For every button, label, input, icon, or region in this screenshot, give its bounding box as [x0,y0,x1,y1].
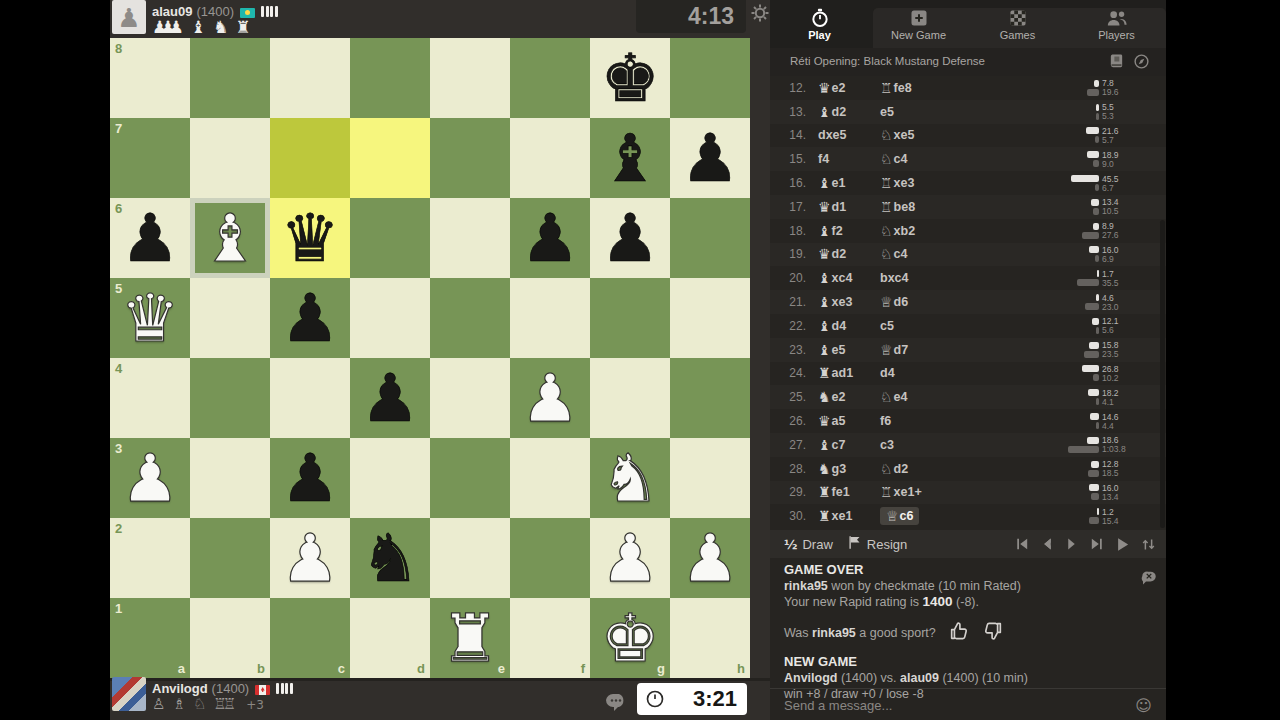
black-queen-c6[interactable]: ♛ [270,198,350,278]
square-b5[interactable] [190,278,270,358]
bottom-player-name: Anvilogd [152,681,208,696]
autoplay-button[interactable] [1115,537,1130,552]
bottom-captured-pieces: ♙♗♘♖♖+3 [152,695,264,713]
piece-icon: ♖ [880,199,893,215]
square-b8[interactable] [190,38,270,118]
move-row-20[interactable]: 20.♝xc4bxc41.735.5 [770,266,1166,290]
square-f1[interactable]: f [510,598,590,678]
square-d3[interactable] [350,438,430,518]
piece-icon: ♖ [880,175,893,191]
new-game-pairing: Anvilogd (1400) vs. alau09 (1400) (10 mi… [784,670,1144,686]
top-captured-pieces: ♟♟♟♝♞♜ [152,17,257,37]
checkerboard-icon [968,8,1067,28]
chat-message-input[interactable]: Send a message... [784,698,1135,713]
square-d5[interactable] [350,278,430,358]
stopwatch-icon [770,8,869,28]
bottom-player-clock: 3:21 [637,683,747,715]
bottom-player-avatar[interactable] [112,677,146,711]
chat-mute-icon[interactable] [1140,570,1158,590]
square-c7[interactable] [270,118,350,198]
square-f3[interactable] [510,438,590,518]
square-h3[interactable] [670,438,750,518]
plus-square-icon [869,8,968,28]
chess-board[interactable]: a1bcdefgh2345678♚♝♟♟♝♛♟♟♛♟♟♟♟♟♞♟♞♟♟♜♚ [110,38,750,678]
square-e5[interactable] [430,278,510,358]
square-c1[interactable]: c [270,598,350,678]
square-b7[interactable] [190,118,270,198]
opening-book-icon[interactable] [1108,53,1125,74]
tab-games[interactable]: Games [968,0,1067,48]
move-row-23[interactable]: 23.♝e5♕d715.823.5 [770,338,1166,362]
file-label: h [737,661,745,676]
thumbs-up-button[interactable] [948,620,970,646]
square-h6[interactable] [670,198,750,278]
game-over-title: GAME OVER [784,562,1144,578]
side-panel: Play New Game Games [770,0,1166,720]
board-column: ♟ alau09 (1400) ♟♟♟♝♞♜ 4:13 a1bcdefgh234… [110,0,770,720]
square-f8[interactable] [510,38,590,118]
opening-row: Réti Opening: Black Mustang Defense [770,48,1166,76]
game-over-result: rinka95 won by checkmate (10 min Rated) [784,578,1144,594]
black-pawn-c3[interactable]: ♟ [270,438,350,518]
piece-icon: ♞ [818,461,831,477]
piece-icon: ♘ [880,151,893,167]
piece-icon: ♛ [818,199,831,215]
rank-label: 8 [115,41,122,56]
white-queen-a5[interactable]: ♛ [110,278,190,358]
game-over-section: GAME OVER rinka95 won by checkmate (10 m… [784,556,1144,702]
rank-label: 2 [115,521,122,536]
move-row-30[interactable]: 30.♜xe1♕c61.215.4 [770,504,1166,528]
piece-icon: ♝ [818,294,831,310]
kazakhstan-flag-icon [240,8,255,18]
top-player-avatar[interactable]: ♟ [112,0,146,34]
rank-label: 7 [115,121,122,136]
square-f2[interactable] [510,518,590,598]
white-rook-e1[interactable]: ♜ [430,598,510,678]
square-b1[interactable]: b [190,598,270,678]
file-label: d [417,661,425,676]
white-knight-g3[interactable]: ♞ [590,438,670,518]
piece-icon: ♜ [818,508,831,524]
canada-flag-icon [255,685,270,695]
piece-icon: ♕ [886,508,899,524]
chat-bubble-icon[interactable] [604,692,628,712]
square-e3[interactable] [430,438,510,518]
material-advantage: +3 [246,698,264,712]
square-h1[interactable]: h [670,598,750,678]
square-e2[interactable] [430,518,510,598]
square-a7[interactable]: 7 [110,118,190,198]
players-icon [1067,8,1166,28]
piece-icon: ♘ [880,223,893,239]
square-h8[interactable] [670,38,750,118]
square-h4[interactable] [670,358,750,438]
white-pawn-c2[interactable]: ♟ [270,518,350,598]
piece-icon: ♞ [818,389,831,405]
game-controls-toolbar: ½ Draw Resign [770,530,1166,558]
square-a2[interactable]: 2 [110,518,190,598]
move-row-25[interactable]: 25.♞e2♘e418.24.1 [770,385,1166,409]
move-row-19[interactable]: 19.♛d2♘c416.06.9 [770,243,1166,267]
white-king-g1[interactable]: ♚ [590,598,670,678]
move-row-21[interactable]: 21.♝xe3♕d64.623.0 [770,290,1166,314]
piece-icon: ♝ [818,342,831,358]
piece-icon: ♜ [818,365,831,381]
move-list: 12.♛e2♖fe87.819.613.♝d2e55.55.314.dxe5♘x… [770,76,1166,528]
square-d7[interactable] [350,118,430,198]
file-label: a [178,661,185,676]
divider [770,688,1166,689]
move-row-14[interactable]: 14.dxe5♘xe521.65.7 [770,124,1166,148]
black-pawn-f6[interactable]: ♟ [510,198,590,278]
move-row-27[interactable]: 27.♝c7c318.61:03.8 [770,433,1166,457]
go-to-start-button[interactable] [1015,537,1030,551]
white-pawn-f4[interactable]: ♟ [510,358,590,438]
piece-icon: ♘ [880,389,893,405]
tab-bar: Play New Game Games [770,0,1166,48]
previous-move-button[interactable] [1041,537,1054,551]
square-d1[interactable]: d [350,598,430,678]
piece-icon: ♖ [880,484,893,500]
resign-button[interactable]: Resign [847,535,907,553]
piece-icon: ♝ [818,175,831,191]
white-pawn-h2[interactable]: ♟ [670,518,750,598]
app-window: ♟ alau09 (1400) ♟♟♟♝♞♜ 4:13 a1bcdefgh234… [0,0,1280,720]
square-c8[interactable] [270,38,350,118]
piece-icon: ♝ [818,104,831,120]
square-h5[interactable] [670,278,750,358]
smiley-icon[interactable]: ☺ [1135,696,1152,715]
square-a8[interactable]: 8 [110,38,190,118]
square-e4[interactable] [430,358,510,438]
file-label: b [257,661,265,676]
go-to-end-button[interactable] [1089,537,1104,551]
white-pawn-a3[interactable]: ♟ [110,438,190,518]
explorer-compass-icon[interactable] [1133,53,1150,74]
square-b4[interactable] [190,358,270,438]
black-king-g8[interactable]: ♚ [590,38,670,118]
next-move-button[interactable] [1065,537,1078,551]
gear-icon[interactable] [751,4,769,22]
square-f7[interactable] [510,118,590,198]
square-e6[interactable] [430,198,510,278]
piece-icon: ♝ [818,223,831,239]
file-label: f [581,661,585,676]
square-d8[interactable] [350,38,430,118]
half-icon: ½ [784,537,797,552]
move-row-15[interactable]: 15.f4♘c418.99.0 [770,147,1166,171]
piece-icon: ♝ [818,437,831,453]
black-pawn-c5[interactable]: ♟ [270,278,350,358]
move-row-13[interactable]: 13.♝d2e55.55.3 [770,100,1166,124]
rank-label: 1 [115,601,122,616]
square-d6[interactable] [350,198,430,278]
square-a4[interactable]: 4 [110,358,190,438]
bottom-player-rating: (1400) [212,681,250,696]
piece-icon: ♕ [880,294,893,310]
square-b3[interactable] [190,438,270,518]
move-row-24[interactable]: 24.♜ad1d426.810.2 [770,362,1166,386]
signal-bars-icon [261,6,278,17]
black-knight-d2[interactable]: ♞ [350,518,430,598]
piece-icon: ♖ [880,80,893,96]
square-g5[interactable] [590,278,670,358]
opening-name: Réti Opening: Black Mustang Defense [790,55,985,67]
square-f5[interactable] [510,278,590,358]
move-row-17[interactable]: 17.♛d1♖be813.410.5 [770,195,1166,219]
rating-update: Your new Rapid rating is 1400 (-8). [784,594,1144,610]
file-label: c [338,661,345,676]
tab-play[interactable]: Play [770,0,869,48]
black-pawn-h7[interactable]: ♟ [670,118,750,198]
resign-flag-icon [847,535,862,553]
square-b2[interactable] [190,518,270,598]
pawn-avatar-icon: ♟ [117,3,140,33]
top-player-clock: 4:13 [636,0,746,33]
piece-icon: ♛ [818,80,831,96]
flip-board-button[interactable] [1141,537,1156,552]
white-bishop-b6[interactable]: ♝ [190,198,270,278]
move-row-16[interactable]: 16.♝e1♖xe345.56.7 [770,171,1166,195]
piece-icon: ♕ [880,342,893,358]
black-pawn-g6[interactable]: ♟ [590,198,670,278]
signal-bars-icon [276,683,293,694]
white-pawn-g2[interactable]: ♟ [590,518,670,598]
piece-icon: ♛ [818,413,831,429]
scrollbar[interactable] [1160,220,1165,528]
piece-icon: ♛ [818,246,831,262]
square-e7[interactable] [430,118,510,198]
move-row-18[interactable]: 18.♝f2♘xb28.927.6 [770,219,1166,243]
square-e8[interactable] [430,38,510,118]
move-row-26[interactable]: 26.♛a5f614.64.4 [770,409,1166,433]
move-row-22[interactable]: 22.♝d4c512.15.6 [770,314,1166,338]
new-game-title: NEW GAME [784,654,1144,670]
black-bishop-g7[interactable]: ♝ [590,118,670,198]
piece-icon: ♘ [880,246,893,262]
square-a1[interactable]: a1 [110,598,190,678]
piece-icon: ♘ [880,461,893,477]
square-g4[interactable] [590,358,670,438]
piece-icon: ♝ [818,270,831,286]
black-pawn-a6[interactable]: ♟ [110,198,190,278]
square-c4[interactable] [270,358,350,438]
good-sport-question: Was rinka95 a good sport? [784,625,936,641]
tab-players[interactable]: Players [1067,0,1166,48]
move-row-12[interactable]: 12.♛e2♖fe87.819.6 [770,76,1166,100]
clock-icon [645,689,665,709]
piece-icon: ♘ [880,127,893,143]
black-pawn-d4[interactable]: ♟ [350,358,430,438]
thumbs-down-button[interactable] [982,620,1004,646]
piece-icon: ♝ [818,318,831,334]
piece-icon: ♜ [818,484,831,500]
move-row-28[interactable]: 28.♞g3♘d212.818.5 [770,457,1166,481]
tab-new-game[interactable]: New Game [869,0,968,48]
move-row-29[interactable]: 29.♜fe1♖xe1+16.013.4 [770,481,1166,505]
draw-button[interactable]: ½ Draw [784,537,833,552]
rank-label: 4 [115,361,122,376]
